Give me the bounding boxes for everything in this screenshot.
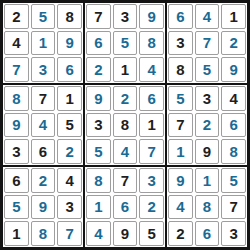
entry-digit: 7 (65, 226, 73, 241)
sudoku-box-8: 873162495 (84, 166, 166, 248)
given-digit: 1 (65, 91, 73, 106)
cell-r2c4[interactable]: 6 (86, 31, 111, 56)
cell-r5c1[interactable]: 9 (4, 113, 29, 138)
cell-r6c9[interactable]: 8 (221, 139, 246, 164)
entry-digit: 7 (12, 62, 20, 77)
given-digit: 5 (65, 117, 73, 132)
cell-r3c3[interactable]: 6 (57, 57, 82, 82)
cell-r6c3[interactable]: 2 (57, 139, 82, 164)
entry-digit: 9 (147, 9, 155, 24)
given-digit: 1 (229, 9, 237, 24)
cell-r9c3[interactable]: 7 (57, 221, 82, 246)
cell-r1c3[interactable]: 8 (57, 4, 82, 29)
cell-r2c1[interactable]: 4 (4, 31, 29, 56)
cell-r1c9[interactable]: 1 (221, 4, 246, 29)
cell-r6c8[interactable]: 9 (195, 139, 220, 164)
cell-r7c9[interactable]: 5 (221, 168, 246, 193)
given-digit: 7 (121, 173, 129, 188)
sudoku-box-6: 534726198 (166, 84, 248, 166)
entry-digit: 6 (176, 9, 184, 24)
cell-r8c3[interactable]: 3 (57, 195, 82, 220)
given-digit: 3 (94, 117, 102, 132)
cell-r1c4[interactable]: 7 (86, 4, 111, 29)
entry-digit: 4 (203, 9, 211, 24)
cell-r4c3[interactable]: 1 (57, 86, 82, 111)
cell-r8c2[interactable]: 9 (31, 195, 56, 220)
entry-digit: 5 (39, 9, 47, 24)
given-digit: 3 (12, 144, 20, 159)
entry-digit: 2 (94, 62, 102, 77)
cell-r1c8[interactable]: 4 (195, 4, 220, 29)
given-digit: 6 (12, 173, 20, 188)
entry-digit: 6 (121, 199, 129, 214)
cell-r3c9[interactable]: 9 (221, 57, 246, 82)
entry-digit: 2 (39, 173, 47, 188)
entry-digit: 6 (65, 62, 73, 77)
given-digit: 9 (203, 144, 211, 159)
given-digit: 4 (12, 35, 20, 50)
entry-digit: 9 (94, 91, 102, 106)
entry-digit: 2 (203, 117, 211, 132)
cell-r6c5[interactable]: 4 (113, 139, 138, 164)
cell-r7c5[interactable]: 7 (113, 168, 138, 193)
cell-r6c6[interactable]: 7 (139, 139, 164, 164)
entry-digit: 4 (94, 226, 102, 241)
cell-r4c4[interactable]: 9 (86, 86, 111, 111)
cell-r4c7[interactable]: 5 (168, 86, 193, 111)
cell-r3c7[interactable]: 8 (168, 57, 193, 82)
entry-digit: 8 (203, 199, 211, 214)
cell-r2c2[interactable]: 1 (31, 31, 56, 56)
entry-digit: 1 (176, 144, 184, 159)
cell-r9c1[interactable]: 1 (4, 221, 29, 246)
cell-r3c6[interactable]: 4 (139, 57, 164, 82)
entry-digit: 8 (229, 144, 237, 159)
cell-r6c7[interactable]: 1 (168, 139, 193, 164)
given-digit: 3 (65, 199, 73, 214)
given-digit: 1 (147, 117, 155, 132)
cell-r6c4[interactable]: 5 (86, 139, 111, 164)
cell-r2c6[interactable]: 8 (139, 31, 164, 56)
cell-r3c1[interactable]: 7 (4, 57, 29, 82)
entry-digit: 8 (147, 35, 155, 50)
entry-digit: 8 (39, 226, 47, 241)
cell-r3c4[interactable]: 2 (86, 57, 111, 82)
entry-digit: 3 (147, 173, 155, 188)
entry-digit: 2 (65, 144, 73, 159)
cell-r9c7[interactable]: 2 (168, 221, 193, 246)
given-digit: 2 (12, 9, 20, 24)
entry-digit: 4 (39, 117, 47, 132)
entry-digit: 3 (39, 62, 47, 77)
entry-digit: 5 (229, 173, 237, 188)
sudoku-box-1: 258419736 (2, 2, 84, 84)
entry-digit: 5 (94, 144, 102, 159)
cell-r6c1[interactable]: 3 (4, 139, 29, 164)
cell-r5c4[interactable]: 3 (86, 113, 111, 138)
cell-r8c6[interactable]: 2 (139, 195, 164, 220)
entry-digit: 4 (176, 199, 184, 214)
sudoku-board: 2584197367396582146413728598719453629263… (0, 0, 250, 250)
cell-r3c5[interactable]: 1 (113, 57, 138, 82)
cell-r7c1[interactable]: 6 (4, 168, 29, 193)
cell-r2c9[interactable]: 2 (221, 31, 246, 56)
cell-r7c3[interactable]: 4 (57, 168, 82, 193)
given-digit: 3 (176, 35, 184, 50)
cell-r8c9[interactable]: 7 (221, 195, 246, 220)
entry-digit: 7 (147, 144, 155, 159)
entry-digit: 2 (147, 199, 155, 214)
cell-r9c8[interactable]: 6 (195, 221, 220, 246)
entry-digit: 1 (94, 199, 102, 214)
entry-digit: 8 (94, 173, 102, 188)
entry-digit: 9 (65, 35, 73, 50)
entry-digit: 2 (121, 91, 129, 106)
cell-r9c6[interactable]: 5 (139, 221, 164, 246)
cell-r5c7[interactable]: 7 (168, 113, 193, 138)
cell-r1c5[interactable]: 3 (113, 4, 138, 29)
given-digit: 8 (176, 62, 184, 77)
cell-r7c8[interactable]: 1 (195, 168, 220, 193)
cell-r9c5[interactable]: 9 (113, 221, 138, 246)
cell-r7c4[interactable]: 8 (86, 168, 111, 193)
entry-digit: 6 (203, 226, 211, 241)
given-digit: 6 (39, 144, 47, 159)
cell-r8c4[interactable]: 1 (86, 195, 111, 220)
cell-r2c7[interactable]: 3 (168, 31, 193, 56)
cell-r4c1[interactable]: 8 (4, 86, 29, 111)
cell-r9c4[interactable]: 4 (86, 221, 111, 246)
sudoku-box-5: 926381547 (84, 84, 166, 166)
cell-r5c5[interactable]: 8 (113, 113, 138, 138)
cell-r4c8[interactable]: 3 (195, 86, 220, 111)
cell-r4c2[interactable]: 7 (31, 86, 56, 111)
cell-r5c9[interactable]: 6 (221, 113, 246, 138)
cell-r8c1[interactable]: 5 (4, 195, 29, 220)
cell-r4c9[interactable]: 4 (221, 86, 246, 111)
entry-digit: 9 (229, 62, 237, 77)
entry-digit: 1 (203, 173, 211, 188)
given-digit: 1 (12, 226, 20, 241)
entry-digit: 6 (229, 117, 237, 132)
given-digit: 3 (203, 91, 211, 106)
entry-digit: 5 (176, 91, 184, 106)
cell-r9c9[interactable]: 3 (221, 221, 246, 246)
entry-digit: 9 (176, 173, 184, 188)
given-digit: 7 (176, 117, 184, 132)
entry-digit: 5 (121, 35, 129, 50)
cell-r2c3[interactable]: 9 (57, 31, 82, 56)
cell-r5c3[interactable]: 5 (57, 113, 82, 138)
given-digit: 8 (121, 117, 129, 132)
given-digit: 7 (229, 199, 237, 214)
entry-digit: 5 (203, 62, 211, 77)
given-digit: 3 (229, 226, 237, 241)
cell-r1c6[interactable]: 9 (139, 4, 164, 29)
given-digit: 8 (65, 9, 73, 24)
given-digit: 3 (121, 9, 129, 24)
cell-r1c1[interactable]: 2 (4, 4, 29, 29)
given-digit: 7 (94, 9, 102, 24)
given-digit: 4 (229, 91, 237, 106)
entry-digit: 6 (147, 91, 155, 106)
entry-digit: 9 (39, 199, 47, 214)
given-digit: 4 (65, 173, 73, 188)
cell-r8c7[interactable]: 4 (168, 195, 193, 220)
given-digit: 9 (121, 226, 129, 241)
entry-digit: 9 (12, 117, 20, 132)
given-digit: 5 (147, 226, 155, 241)
cell-r4c6[interactable]: 6 (139, 86, 164, 111)
entry-digit: 6 (94, 35, 102, 50)
sudoku-box-7: 624593187 (2, 166, 84, 248)
cell-r2c5[interactable]: 5 (113, 31, 138, 56)
cell-r3c2[interactable]: 3 (31, 57, 56, 82)
cell-r3c8[interactable]: 5 (195, 57, 220, 82)
cell-r8c8[interactable]: 8 (195, 195, 220, 220)
cell-r5c8[interactable]: 2 (195, 113, 220, 138)
cell-r4c5[interactable]: 2 (113, 86, 138, 111)
entry-digit: 4 (147, 62, 155, 77)
entry-digit: 1 (39, 35, 47, 50)
sudoku-box-4: 871945362 (2, 84, 84, 166)
entry-digit: 8 (12, 91, 20, 106)
entry-digit: 7 (203, 35, 211, 50)
given-digit: 1 (121, 62, 129, 77)
cell-r2c8[interactable]: 7 (195, 31, 220, 56)
cell-r5c6[interactable]: 1 (139, 113, 164, 138)
cell-r7c6[interactable]: 3 (139, 168, 164, 193)
cell-r7c7[interactable]: 9 (168, 168, 193, 193)
given-digit: 7 (39, 91, 47, 106)
cell-r7c2[interactable]: 2 (31, 168, 56, 193)
cell-r9c2[interactable]: 8 (31, 221, 56, 246)
cell-r6c2[interactable]: 6 (31, 139, 56, 164)
sudoku-box-2: 739658214 (84, 2, 166, 84)
sudoku-box-9: 915487263 (166, 166, 248, 248)
sudoku-box-3: 641372859 (166, 2, 248, 84)
entry-digit: 4 (121, 144, 129, 159)
cell-r1c2[interactable]: 5 (31, 4, 56, 29)
entry-digit: 2 (229, 35, 237, 50)
cell-r8c5[interactable]: 6 (113, 195, 138, 220)
given-digit: 2 (176, 226, 184, 241)
cell-r1c7[interactable]: 6 (168, 4, 193, 29)
cell-r5c2[interactable]: 4 (31, 113, 56, 138)
entry-digit: 5 (12, 199, 20, 214)
